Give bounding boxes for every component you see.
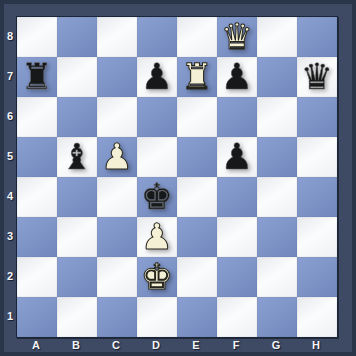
file-label-g: G (256, 337, 296, 352)
square-c5[interactable]: ♟ (97, 137, 137, 177)
square-f8[interactable]: ♛ (217, 17, 257, 57)
square-g5[interactable] (257, 137, 297, 177)
square-h7[interactable]: ♛ (297, 57, 337, 97)
square-a1[interactable] (17, 297, 57, 337)
square-g7[interactable] (257, 57, 297, 97)
square-d7[interactable]: ♟ (137, 57, 177, 97)
black-pawn-piece[interactable]: ♟ (221, 57, 253, 97)
square-h6[interactable] (297, 97, 337, 137)
square-a3[interactable] (17, 217, 57, 257)
square-e1[interactable] (177, 297, 217, 337)
square-a5[interactable] (17, 137, 57, 177)
square-e6[interactable] (177, 97, 217, 137)
chess-board: ♛♜♟♜♟♛♝♟♟♚♟♚ (16, 16, 338, 338)
black-bishop-piece[interactable]: ♝ (61, 137, 93, 177)
white-rook-piece[interactable]: ♜ (181, 57, 213, 97)
square-d1[interactable] (137, 297, 177, 337)
white-queen-piece[interactable]: ♛ (221, 17, 253, 57)
square-e4[interactable] (177, 177, 217, 217)
square-c2[interactable] (97, 257, 137, 297)
square-f3[interactable] (217, 217, 257, 257)
square-g1[interactable] (257, 297, 297, 337)
black-pawn-piece[interactable]: ♟ (141, 57, 173, 97)
square-c8[interactable] (97, 17, 137, 57)
file-label-e: E (176, 337, 216, 352)
rank-label-7: 7 (4, 56, 16, 96)
square-c1[interactable] (97, 297, 137, 337)
square-h8[interactable] (297, 17, 337, 57)
square-e3[interactable] (177, 217, 217, 257)
file-labels: ABCDEFGH (16, 337, 336, 352)
square-f5[interactable]: ♟ (217, 137, 257, 177)
square-f4[interactable] (217, 177, 257, 217)
square-b1[interactable] (57, 297, 97, 337)
square-g8[interactable] (257, 17, 297, 57)
black-rook-piece[interactable]: ♜ (21, 57, 53, 97)
square-b5[interactable]: ♝ (57, 137, 97, 177)
square-b4[interactable] (57, 177, 97, 217)
square-b7[interactable] (57, 57, 97, 97)
white-pawn-piece[interactable]: ♟ (101, 137, 133, 177)
white-pawn-piece[interactable]: ♟ (141, 217, 173, 257)
rank-label-3: 3 (4, 216, 16, 256)
square-d6[interactable] (137, 97, 177, 137)
square-e8[interactable] (177, 17, 217, 57)
square-d5[interactable] (137, 137, 177, 177)
square-b3[interactable] (57, 217, 97, 257)
square-h3[interactable] (297, 217, 337, 257)
square-f1[interactable] (217, 297, 257, 337)
file-label-a: A (16, 337, 56, 352)
square-g4[interactable] (257, 177, 297, 217)
square-e2[interactable] (177, 257, 217, 297)
file-label-c: C (96, 337, 136, 352)
square-d4[interactable]: ♚ (137, 177, 177, 217)
square-h5[interactable] (297, 137, 337, 177)
square-a7[interactable]: ♜ (17, 57, 57, 97)
square-d8[interactable] (137, 17, 177, 57)
square-c6[interactable] (97, 97, 137, 137)
rank-label-6: 6 (4, 96, 16, 136)
square-g6[interactable] (257, 97, 297, 137)
square-h2[interactable] (297, 257, 337, 297)
square-d3[interactable]: ♟ (137, 217, 177, 257)
square-c4[interactable] (97, 177, 137, 217)
file-label-h: H (296, 337, 336, 352)
square-a4[interactable] (17, 177, 57, 217)
square-a6[interactable] (17, 97, 57, 137)
square-c3[interactable] (97, 217, 137, 257)
rank-label-1: 1 (4, 296, 16, 336)
square-c7[interactable] (97, 57, 137, 97)
square-a8[interactable] (17, 17, 57, 57)
square-e5[interactable] (177, 137, 217, 177)
square-d2[interactable]: ♚ (137, 257, 177, 297)
square-h1[interactable] (297, 297, 337, 337)
square-g3[interactable] (257, 217, 297, 257)
white-king-piece[interactable]: ♚ (141, 257, 173, 297)
square-f2[interactable] (217, 257, 257, 297)
rank-label-8: 8 (4, 16, 16, 56)
file-label-b: B (56, 337, 96, 352)
square-a2[interactable] (17, 257, 57, 297)
black-pawn-piece[interactable]: ♟ (221, 137, 253, 177)
file-label-f: F (216, 337, 256, 352)
square-h4[interactable] (297, 177, 337, 217)
chess-diagram: 87654321 ♛♜♟♜♟♛♝♟♟♚♟♚ ABCDEFGH (0, 0, 356, 356)
square-e7[interactable]: ♜ (177, 57, 217, 97)
square-b8[interactable] (57, 17, 97, 57)
rank-label-2: 2 (4, 256, 16, 296)
file-label-d: D (136, 337, 176, 352)
rank-label-5: 5 (4, 136, 16, 176)
square-f7[interactable]: ♟ (217, 57, 257, 97)
black-king-piece[interactable]: ♚ (141, 177, 173, 217)
rank-labels: 87654321 (4, 16, 16, 336)
black-queen-piece[interactable]: ♛ (301, 57, 333, 97)
square-f6[interactable] (217, 97, 257, 137)
square-g2[interactable] (257, 257, 297, 297)
square-b2[interactable] (57, 257, 97, 297)
rank-label-4: 4 (4, 176, 16, 216)
square-b6[interactable] (57, 97, 97, 137)
